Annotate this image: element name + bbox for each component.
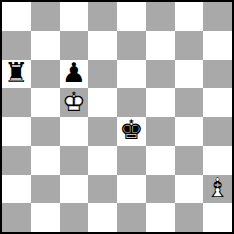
square-c7[interactable] xyxy=(60,31,89,60)
black-king-glyph: ♚ xyxy=(119,117,143,144)
chess-board-frame: ♜♟♚♔♚♝♗ xyxy=(0,0,234,234)
piece-black-king: ♚ xyxy=(117,117,146,146)
square-c1[interactable] xyxy=(60,203,89,232)
square-g2[interactable] xyxy=(175,175,204,204)
square-e7[interactable] xyxy=(117,31,146,60)
square-b4[interactable] xyxy=(31,117,60,146)
square-d6[interactable] xyxy=(88,60,117,89)
square-b7[interactable] xyxy=(31,31,60,60)
square-f2[interactable] xyxy=(146,175,175,204)
square-c5[interactable]: ♚♔ xyxy=(60,88,89,117)
square-h5[interactable] xyxy=(203,88,232,117)
square-g8[interactable] xyxy=(175,2,204,31)
square-h8[interactable] xyxy=(203,2,232,31)
square-a3[interactable] xyxy=(2,146,31,175)
square-g3[interactable] xyxy=(175,146,204,175)
square-a7[interactable] xyxy=(2,31,31,60)
piece-black-rook: ♜ xyxy=(2,60,31,89)
square-f7[interactable] xyxy=(146,31,175,60)
square-g5[interactable] xyxy=(175,88,204,117)
square-b5[interactable] xyxy=(31,88,60,117)
square-c6[interactable]: ♟ xyxy=(60,60,89,89)
square-a2[interactable] xyxy=(2,175,31,204)
square-d7[interactable] xyxy=(88,31,117,60)
square-b3[interactable] xyxy=(31,146,60,175)
square-c3[interactable] xyxy=(60,146,89,175)
square-g1[interactable] xyxy=(175,203,204,232)
black-pawn-glyph: ♟ xyxy=(62,60,86,87)
square-c2[interactable] xyxy=(60,175,89,204)
square-d1[interactable] xyxy=(88,203,117,232)
square-f1[interactable] xyxy=(146,203,175,232)
square-a8[interactable] xyxy=(2,2,31,31)
square-e3[interactable] xyxy=(117,146,146,175)
square-d4[interactable] xyxy=(88,117,117,146)
square-a5[interactable] xyxy=(2,88,31,117)
square-d2[interactable] xyxy=(88,175,117,204)
square-f6[interactable] xyxy=(146,60,175,89)
square-d5[interactable] xyxy=(88,88,117,117)
square-g7[interactable] xyxy=(175,31,204,60)
square-e6[interactable] xyxy=(117,60,146,89)
square-e4[interactable]: ♚ xyxy=(117,117,146,146)
square-c8[interactable] xyxy=(60,2,89,31)
square-g6[interactable] xyxy=(175,60,204,89)
square-f8[interactable] xyxy=(146,2,175,31)
square-a4[interactable] xyxy=(2,117,31,146)
square-a6[interactable]: ♜ xyxy=(2,60,31,89)
chess-board: ♜♟♚♔♚♝♗ xyxy=(2,2,232,232)
white-king-outline-glyph: ♔ xyxy=(62,88,86,115)
black-rook-glyph: ♜ xyxy=(4,60,28,87)
square-a1[interactable] xyxy=(2,203,31,232)
square-b8[interactable] xyxy=(31,2,60,31)
square-e5[interactable] xyxy=(117,88,146,117)
square-h2[interactable]: ♝♗ xyxy=(203,175,232,204)
square-f5[interactable] xyxy=(146,88,175,117)
square-h3[interactable] xyxy=(203,146,232,175)
piece-black-pawn: ♟ xyxy=(60,60,89,89)
square-f4[interactable] xyxy=(146,117,175,146)
square-f3[interactable] xyxy=(146,146,175,175)
square-e8[interactable] xyxy=(117,2,146,31)
square-h6[interactable] xyxy=(203,60,232,89)
square-b2[interactable] xyxy=(31,175,60,204)
square-d8[interactable] xyxy=(88,2,117,31)
square-b1[interactable] xyxy=(31,203,60,232)
square-d3[interactable] xyxy=(88,146,117,175)
square-h7[interactable] xyxy=(203,31,232,60)
square-h1[interactable] xyxy=(203,203,232,232)
square-c4[interactable] xyxy=(60,117,89,146)
square-g4[interactable] xyxy=(175,117,204,146)
square-e1[interactable] xyxy=(117,203,146,232)
white-bishop-outline-glyph: ♗ xyxy=(206,175,230,202)
square-e2[interactable] xyxy=(117,175,146,204)
square-h4[interactable] xyxy=(203,117,232,146)
piece-white-bishop: ♝♗ xyxy=(203,175,232,204)
square-b6[interactable] xyxy=(31,60,60,89)
piece-white-king: ♚♔ xyxy=(60,88,89,117)
